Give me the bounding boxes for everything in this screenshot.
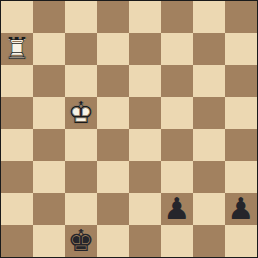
- square-b4[interactable]: [33, 129, 65, 161]
- square-c2[interactable]: [65, 193, 97, 225]
- square-g1[interactable]: [193, 225, 225, 257]
- square-f1[interactable]: [161, 225, 193, 257]
- square-h2[interactable]: ♟: [225, 193, 257, 225]
- square-b6[interactable]: [33, 65, 65, 97]
- square-f7[interactable]: [161, 33, 193, 65]
- white-king-outline: ♔: [65, 97, 97, 129]
- square-c8[interactable]: [65, 1, 97, 33]
- square-d7[interactable]: [97, 33, 129, 65]
- square-c3[interactable]: [65, 161, 97, 193]
- square-c4[interactable]: [65, 129, 97, 161]
- square-e5[interactable]: [129, 97, 161, 129]
- square-e1[interactable]: [129, 225, 161, 257]
- square-g4[interactable]: [193, 129, 225, 161]
- square-g3[interactable]: [193, 161, 225, 193]
- square-g7[interactable]: [193, 33, 225, 65]
- black-king[interactable]: ♚: [65, 225, 97, 257]
- square-a5[interactable]: [1, 97, 33, 129]
- square-a8[interactable]: [1, 1, 33, 33]
- square-e6[interactable]: [129, 65, 161, 97]
- square-h5[interactable]: [225, 97, 257, 129]
- square-g8[interactable]: [193, 1, 225, 33]
- square-d1[interactable]: [97, 225, 129, 257]
- square-a3[interactable]: [1, 161, 33, 193]
- square-a6[interactable]: [1, 65, 33, 97]
- square-h1[interactable]: [225, 225, 257, 257]
- square-e7[interactable]: [129, 33, 161, 65]
- square-c7[interactable]: [65, 33, 97, 65]
- square-d2[interactable]: [97, 193, 129, 225]
- square-f4[interactable]: [161, 129, 193, 161]
- square-h8[interactable]: [225, 1, 257, 33]
- white-rook[interactable]: ♜: [1, 33, 33, 65]
- black-pawn[interactable]: ♟: [225, 193, 257, 225]
- square-f8[interactable]: [161, 1, 193, 33]
- square-b2[interactable]: [33, 193, 65, 225]
- square-h3[interactable]: [225, 161, 257, 193]
- square-d5[interactable]: [97, 97, 129, 129]
- square-b1[interactable]: [33, 225, 65, 257]
- square-c6[interactable]: [65, 65, 97, 97]
- square-b8[interactable]: [33, 1, 65, 33]
- white-rook-outline: ♖: [1, 33, 33, 65]
- square-b3[interactable]: [33, 161, 65, 193]
- square-a7[interactable]: ♜♖: [1, 33, 33, 65]
- square-h7[interactable]: [225, 33, 257, 65]
- square-d4[interactable]: [97, 129, 129, 161]
- square-d3[interactable]: [97, 161, 129, 193]
- square-c5[interactable]: ♚♔: [65, 97, 97, 129]
- square-e3[interactable]: [129, 161, 161, 193]
- square-g6[interactable]: [193, 65, 225, 97]
- square-f6[interactable]: [161, 65, 193, 97]
- square-h4[interactable]: [225, 129, 257, 161]
- chess-board: ♜♖♚♔♟♟♚: [1, 1, 257, 257]
- square-d6[interactable]: [97, 65, 129, 97]
- square-b7[interactable]: [33, 33, 65, 65]
- square-h6[interactable]: [225, 65, 257, 97]
- square-a1[interactable]: [1, 225, 33, 257]
- square-g2[interactable]: [193, 193, 225, 225]
- square-b5[interactable]: [33, 97, 65, 129]
- black-pawn[interactable]: ♟: [161, 193, 193, 225]
- square-e2[interactable]: [129, 193, 161, 225]
- chess-board-frame: ♜♖♚♔♟♟♚: [0, 0, 258, 258]
- square-f2[interactable]: ♟: [161, 193, 193, 225]
- square-e4[interactable]: [129, 129, 161, 161]
- square-a2[interactable]: [1, 193, 33, 225]
- square-f3[interactable]: [161, 161, 193, 193]
- white-king[interactable]: ♚: [65, 97, 97, 129]
- square-d8[interactable]: [97, 1, 129, 33]
- square-c1[interactable]: ♚: [65, 225, 97, 257]
- square-f5[interactable]: [161, 97, 193, 129]
- square-e8[interactable]: [129, 1, 161, 33]
- square-g5[interactable]: [193, 97, 225, 129]
- square-a4[interactable]: [1, 129, 33, 161]
